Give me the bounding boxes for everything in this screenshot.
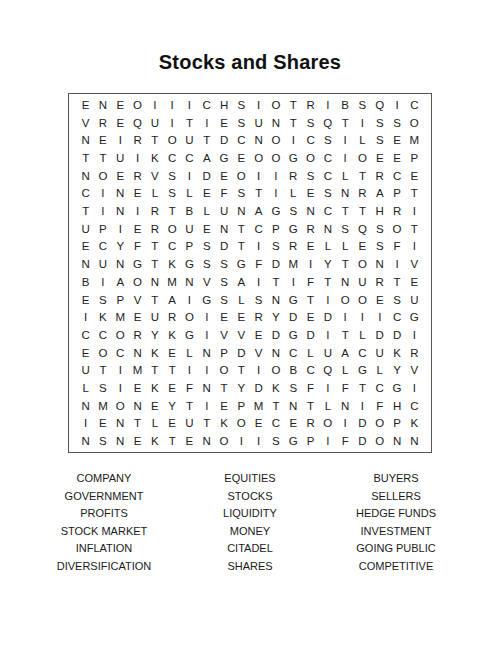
grid-cell[interactable]: P: [267, 220, 284, 238]
grid-cell[interactable]: R: [285, 238, 302, 256]
grid-cell[interactable]: Q: [319, 362, 336, 380]
grid-cell[interactable]: S: [198, 255, 215, 273]
grid-cell[interactable]: L: [371, 362, 388, 380]
grid-cell[interactable]: R: [285, 167, 302, 185]
grid-cell[interactable]: N: [112, 255, 129, 273]
grid-cell[interactable]: R: [146, 202, 163, 220]
grid-cell[interactable]: O: [354, 291, 371, 309]
grid-cell[interactable]: T: [233, 220, 250, 238]
grid-cell[interactable]: I: [319, 96, 336, 114]
grid-cell[interactable]: G: [406, 308, 423, 326]
grid-cell[interactable]: Q: [129, 114, 146, 132]
grid-cell[interactable]: N: [406, 432, 423, 450]
grid-cell[interactable]: I: [181, 96, 198, 114]
grid-cell[interactable]: C: [285, 344, 302, 362]
grid-cell[interactable]: I: [267, 167, 284, 185]
grid-cell[interactable]: C: [163, 238, 180, 256]
grid-cell[interactable]: S: [319, 131, 336, 149]
grid-cell[interactable]: C: [233, 131, 250, 149]
grid-cell[interactable]: K: [163, 326, 180, 344]
grid-cell[interactable]: M: [129, 362, 146, 380]
grid-cell[interactable]: R: [250, 308, 267, 326]
grid-cell[interactable]: C: [371, 379, 388, 397]
grid-cell[interactable]: O: [215, 362, 232, 380]
grid-cell[interactable]: I: [250, 238, 267, 256]
grid-cell[interactable]: N: [319, 220, 336, 238]
grid-cell[interactable]: T: [146, 131, 163, 149]
grid-cell[interactable]: Y: [233, 379, 250, 397]
grid-cell[interactable]: R: [406, 344, 423, 362]
grid-cell[interactable]: I: [319, 326, 336, 344]
grid-cell[interactable]: E: [129, 432, 146, 450]
grid-cell[interactable]: T: [129, 415, 146, 433]
grid-cell[interactable]: E: [302, 308, 319, 326]
grid-cell[interactable]: I: [354, 308, 371, 326]
grid-cell[interactable]: O: [371, 432, 388, 450]
grid-cell[interactable]: I: [388, 96, 405, 114]
grid-cell[interactable]: S: [371, 131, 388, 149]
grid-cell[interactable]: E: [198, 220, 215, 238]
grid-cell[interactable]: I: [285, 131, 302, 149]
grid-cell[interactable]: O: [163, 131, 180, 149]
grid-cell[interactable]: R: [302, 415, 319, 433]
grid-cell[interactable]: Q: [319, 114, 336, 132]
grid-cell[interactable]: I: [163, 114, 180, 132]
grid-cell[interactable]: M: [250, 397, 267, 415]
grid-cell[interactable]: F: [181, 379, 198, 397]
grid-cell[interactable]: I: [129, 202, 146, 220]
grid-cell[interactable]: Y: [163, 397, 180, 415]
grid-cell[interactable]: P: [388, 185, 405, 203]
grid-cell[interactable]: U: [77, 362, 94, 380]
grid-cell[interactable]: T: [406, 220, 423, 238]
grid-cell[interactable]: O: [215, 432, 232, 450]
grid-cell[interactable]: I: [146, 96, 163, 114]
grid-cell[interactable]: O: [250, 149, 267, 167]
grid-cell[interactable]: N: [267, 291, 284, 309]
grid-cell[interactable]: C: [77, 326, 94, 344]
grid-cell[interactable]: A: [371, 185, 388, 203]
grid-cell[interactable]: N: [250, 131, 267, 149]
grid-cell[interactable]: H: [371, 202, 388, 220]
grid-cell[interactable]: T: [267, 273, 284, 291]
grid-cell[interactable]: N: [112, 415, 129, 433]
grid-cell[interactable]: I: [371, 308, 388, 326]
grid-cell[interactable]: O: [267, 362, 284, 380]
grid-cell[interactable]: U: [371, 344, 388, 362]
grid-cell[interactable]: M: [94, 397, 111, 415]
grid-cell[interactable]: I: [250, 362, 267, 380]
grid-cell[interactable]: S: [250, 291, 267, 309]
grid-cell[interactable]: O: [388, 220, 405, 238]
grid-cell[interactable]: C: [77, 185, 94, 203]
grid-cell[interactable]: I: [129, 149, 146, 167]
grid-cell[interactable]: L: [302, 344, 319, 362]
grid-cell[interactable]: R: [354, 185, 371, 203]
grid-cell[interactable]: O: [181, 308, 198, 326]
grid-cell[interactable]: K: [267, 379, 284, 397]
grid-cell[interactable]: L: [354, 326, 371, 344]
grid-cell[interactable]: G: [285, 220, 302, 238]
grid-cell[interactable]: T: [336, 114, 353, 132]
grid-cell[interactable]: E: [112, 114, 129, 132]
grid-cell[interactable]: T: [146, 362, 163, 380]
grid-cell[interactable]: S: [94, 432, 111, 450]
grid-cell[interactable]: I: [77, 415, 94, 433]
grid-cell[interactable]: S: [94, 379, 111, 397]
grid-cell[interactable]: I: [319, 379, 336, 397]
grid-cell[interactable]: O: [112, 326, 129, 344]
grid-cell[interactable]: S: [215, 291, 232, 309]
grid-cell[interactable]: M: [163, 273, 180, 291]
grid-cell[interactable]: Q: [354, 220, 371, 238]
grid-cell[interactable]: S: [354, 96, 371, 114]
grid-cell[interactable]: V: [146, 167, 163, 185]
grid-cell[interactable]: E: [233, 149, 250, 167]
grid-cell[interactable]: G: [129, 255, 146, 273]
grid-cell[interactable]: B: [77, 273, 94, 291]
grid-cell[interactable]: O: [267, 131, 284, 149]
grid-cell[interactable]: K: [146, 379, 163, 397]
grid-cell[interactable]: E: [215, 114, 232, 132]
grid-cell[interactable]: U: [406, 291, 423, 309]
grid-cell[interactable]: R: [146, 220, 163, 238]
grid-cell[interactable]: L: [146, 415, 163, 433]
grid-cell[interactable]: N: [388, 432, 405, 450]
grid-cell[interactable]: N: [285, 397, 302, 415]
grid-cell[interactable]: P: [302, 432, 319, 450]
grid-cell[interactable]: I: [198, 114, 215, 132]
grid-cell[interactable]: Y: [319, 255, 336, 273]
grid-cell[interactable]: K: [146, 149, 163, 167]
grid-cell[interactable]: D: [388, 326, 405, 344]
grid-cell[interactable]: E: [94, 415, 111, 433]
grid-cell[interactable]: I: [319, 291, 336, 309]
grid-cell[interactable]: S: [163, 185, 180, 203]
grid-cell[interactable]: P: [94, 220, 111, 238]
grid-cell[interactable]: V: [406, 255, 423, 273]
grid-cell[interactable]: A: [336, 344, 353, 362]
grid-cell[interactable]: M: [406, 131, 423, 149]
grid-cell[interactable]: I: [112, 362, 129, 380]
grid-cell[interactable]: P: [388, 415, 405, 433]
grid-cell[interactable]: T: [336, 202, 353, 220]
grid-cell[interactable]: E: [285, 415, 302, 433]
grid-cell[interactable]: I: [112, 220, 129, 238]
grid-cell[interactable]: E: [77, 291, 94, 309]
grid-cell[interactable]: U: [215, 202, 232, 220]
grid-cell[interactable]: A: [233, 273, 250, 291]
grid-cell[interactable]: N: [94, 96, 111, 114]
grid-cell[interactable]: K: [215, 415, 232, 433]
grid-cell[interactable]: C: [94, 326, 111, 344]
grid-cell[interactable]: O: [163, 220, 180, 238]
grid-cell[interactable]: I: [163, 96, 180, 114]
grid-cell[interactable]: G: [285, 291, 302, 309]
grid-cell[interactable]: S: [233, 96, 250, 114]
grid-cell[interactable]: O: [129, 96, 146, 114]
grid-cell[interactable]: N: [77, 432, 94, 450]
grid-cell[interactable]: I: [94, 273, 111, 291]
grid-cell[interactable]: D: [354, 432, 371, 450]
grid-cell[interactable]: I: [94, 185, 111, 203]
grid-cell[interactable]: O: [267, 149, 284, 167]
grid-cell[interactable]: T: [285, 96, 302, 114]
grid-cell[interactable]: O: [129, 273, 146, 291]
grid-cell[interactable]: I: [250, 167, 267, 185]
grid-cell[interactable]: N: [233, 202, 250, 220]
grid-cell[interactable]: T: [77, 202, 94, 220]
grid-cell[interactable]: R: [388, 202, 405, 220]
grid-cell[interactable]: E: [302, 185, 319, 203]
grid-cell[interactable]: G: [285, 432, 302, 450]
grid-cell[interactable]: U: [319, 344, 336, 362]
grid-cell[interactable]: G: [285, 149, 302, 167]
grid-cell[interactable]: I: [112, 131, 129, 149]
grid-cell[interactable]: O: [233, 167, 250, 185]
grid-cell[interactable]: I: [198, 397, 215, 415]
grid-cell[interactable]: I: [181, 362, 198, 380]
grid-cell[interactable]: E: [198, 185, 215, 203]
grid-cell[interactable]: U: [94, 255, 111, 273]
grid-cell[interactable]: U: [181, 415, 198, 433]
grid-cell[interactable]: C: [406, 397, 423, 415]
grid-cell[interactable]: P: [215, 344, 232, 362]
grid-cell[interactable]: D: [267, 326, 284, 344]
grid-cell[interactable]: M: [112, 308, 129, 326]
grid-cell[interactable]: T: [163, 362, 180, 380]
grid-cell[interactable]: E: [388, 149, 405, 167]
grid-cell[interactable]: N: [181, 273, 198, 291]
grid-cell[interactable]: G: [181, 326, 198, 344]
grid-cell[interactable]: E: [406, 167, 423, 185]
grid-cell[interactable]: U: [354, 273, 371, 291]
grid-cell[interactable]: K: [94, 308, 111, 326]
grid-cell[interactable]: R: [371, 167, 388, 185]
grid-cell[interactable]: T: [319, 273, 336, 291]
grid-cell[interactable]: I: [336, 308, 353, 326]
grid-cell[interactable]: R: [371, 273, 388, 291]
grid-cell[interactable]: K: [146, 432, 163, 450]
grid-cell[interactable]: B: [285, 362, 302, 380]
grid-cell[interactable]: L: [285, 185, 302, 203]
grid-cell[interactable]: I: [406, 202, 423, 220]
grid-cell[interactable]: I: [354, 114, 371, 132]
grid-cell[interactable]: S: [371, 238, 388, 256]
grid-cell[interactable]: C: [406, 96, 423, 114]
grid-cell[interactable]: N: [77, 397, 94, 415]
grid-cell[interactable]: T: [267, 397, 284, 415]
grid-cell[interactable]: L: [198, 202, 215, 220]
grid-cell[interactable]: E: [163, 415, 180, 433]
grid-cell[interactable]: F: [215, 185, 232, 203]
grid-cell[interactable]: C: [94, 238, 111, 256]
grid-cell[interactable]: I: [406, 238, 423, 256]
grid-cell[interactable]: C: [267, 415, 284, 433]
grid-cell[interactable]: I: [336, 415, 353, 433]
grid-cell[interactable]: C: [163, 149, 180, 167]
grid-cell[interactable]: K: [388, 344, 405, 362]
grid-cell[interactable]: R: [163, 308, 180, 326]
grid-cell[interactable]: T: [354, 202, 371, 220]
grid-cell[interactable]: E: [181, 432, 198, 450]
grid-cell[interactable]: I: [250, 273, 267, 291]
grid-cell[interactable]: D: [319, 308, 336, 326]
grid-cell[interactable]: I: [406, 379, 423, 397]
grid-cell[interactable]: E: [354, 238, 371, 256]
grid-cell[interactable]: C: [302, 362, 319, 380]
grid-cell[interactable]: E: [77, 344, 94, 362]
grid-cell[interactable]: E: [406, 273, 423, 291]
grid-cell[interactable]: B: [181, 202, 198, 220]
grid-cell[interactable]: V: [233, 326, 250, 344]
grid-cell[interactable]: G: [198, 291, 215, 309]
grid-cell[interactable]: N: [112, 432, 129, 450]
grid-cell[interactable]: E: [388, 131, 405, 149]
grid-cell[interactable]: N: [336, 397, 353, 415]
grid-cell[interactable]: I: [250, 96, 267, 114]
grid-cell[interactable]: T: [146, 255, 163, 273]
grid-cell[interactable]: P: [112, 291, 129, 309]
grid-cell[interactable]: G: [388, 379, 405, 397]
grid-cell[interactable]: V: [406, 362, 423, 380]
grid-cell[interactable]: S: [388, 114, 405, 132]
grid-cell[interactable]: V: [215, 326, 232, 344]
grid-cell[interactable]: F: [302, 379, 319, 397]
grid-cell[interactable]: L: [77, 379, 94, 397]
grid-cell[interactable]: F: [336, 432, 353, 450]
grid-cell[interactable]: S: [285, 202, 302, 220]
grid-cell[interactable]: I: [406, 326, 423, 344]
grid-cell[interactable]: S: [371, 220, 388, 238]
grid-cell[interactable]: C: [198, 96, 215, 114]
grid-cell[interactable]: K: [163, 255, 180, 273]
grid-cell[interactable]: T: [94, 149, 111, 167]
grid-cell[interactable]: U: [146, 114, 163, 132]
grid-cell[interactable]: T: [94, 362, 111, 380]
grid-cell[interactable]: A: [250, 202, 267, 220]
grid-cell[interactable]: I: [198, 362, 215, 380]
grid-cell[interactable]: E: [129, 220, 146, 238]
grid-cell[interactable]: S: [319, 185, 336, 203]
grid-cell[interactable]: O: [319, 415, 336, 433]
grid-cell[interactable]: I: [112, 379, 129, 397]
grid-cell[interactable]: G: [181, 255, 198, 273]
grid-cell[interactable]: I: [94, 202, 111, 220]
grid-cell[interactable]: O: [354, 149, 371, 167]
grid-cell[interactable]: O: [94, 344, 111, 362]
grid-cell[interactable]: I: [336, 131, 353, 149]
grid-cell[interactable]: H: [215, 96, 232, 114]
grid-cell[interactable]: S: [94, 291, 111, 309]
grid-cell[interactable]: C: [302, 131, 319, 149]
grid-cell[interactable]: S: [302, 114, 319, 132]
grid-cell[interactable]: R: [302, 220, 319, 238]
grid-cell[interactable]: L: [233, 291, 250, 309]
grid-cell[interactable]: P: [233, 397, 250, 415]
grid-cell[interactable]: T: [198, 415, 215, 433]
grid-cell[interactable]: N: [129, 344, 146, 362]
grid-cell[interactable]: O: [371, 415, 388, 433]
grid-cell[interactable]: O: [406, 114, 423, 132]
grid-cell[interactable]: I: [198, 326, 215, 344]
grid-cell[interactable]: T: [233, 362, 250, 380]
grid-cell[interactable]: F: [250, 255, 267, 273]
grid-cell[interactable]: G: [285, 326, 302, 344]
grid-cell[interactable]: N: [267, 114, 284, 132]
grid-cell[interactable]: I: [336, 149, 353, 167]
grid-cell[interactable]: N: [77, 255, 94, 273]
grid-cell[interactable]: E: [250, 326, 267, 344]
grid-cell[interactable]: F: [129, 238, 146, 256]
grid-cell[interactable]: L: [319, 397, 336, 415]
grid-cell[interactable]: F: [302, 273, 319, 291]
grid-cell[interactable]: E: [77, 238, 94, 256]
grid-cell[interactable]: O: [354, 255, 371, 273]
grid-cell[interactable]: G: [354, 362, 371, 380]
grid-cell[interactable]: Y: [388, 362, 405, 380]
grid-cell[interactable]: L: [146, 185, 163, 203]
grid-cell[interactable]: T: [233, 238, 250, 256]
grid-cell[interactable]: E: [129, 379, 146, 397]
grid-cell[interactable]: N: [215, 220, 232, 238]
grid-cell[interactable]: E: [371, 291, 388, 309]
grid-cell[interactable]: N: [77, 167, 94, 185]
grid-cell[interactable]: R: [302, 96, 319, 114]
grid-cell[interactable]: D: [371, 326, 388, 344]
grid-cell[interactable]: B: [336, 96, 353, 114]
grid-cell[interactable]: I: [354, 397, 371, 415]
grid-cell[interactable]: T: [163, 202, 180, 220]
grid-cell[interactable]: D: [302, 326, 319, 344]
grid-cell[interactable]: S: [267, 238, 284, 256]
grid-cell[interactable]: E: [129, 185, 146, 203]
grid-cell[interactable]: N: [336, 185, 353, 203]
grid-cell[interactable]: C: [181, 149, 198, 167]
grid-cell[interactable]: V: [129, 291, 146, 309]
grid-cell[interactable]: S: [198, 238, 215, 256]
grid-cell[interactable]: O: [94, 167, 111, 185]
grid-cell[interactable]: D: [267, 255, 284, 273]
grid-cell[interactable]: A: [198, 149, 215, 167]
grid-cell[interactable]: S: [336, 220, 353, 238]
grid-cell[interactable]: V: [77, 114, 94, 132]
grid-cell[interactable]: D: [285, 308, 302, 326]
grid-cell[interactable]: S: [285, 379, 302, 397]
grid-cell[interactable]: N: [302, 202, 319, 220]
grid-cell[interactable]: S: [371, 114, 388, 132]
grid-cell[interactable]: T: [285, 114, 302, 132]
grid-cell[interactable]: I: [250, 432, 267, 450]
grid-cell[interactable]: M: [285, 255, 302, 273]
grid-cell[interactable]: E: [250, 415, 267, 433]
grid-cell[interactable]: E: [215, 167, 232, 185]
grid-cell[interactable]: O: [336, 291, 353, 309]
grid-cell[interactable]: E: [163, 379, 180, 397]
grid-cell[interactable]: C: [112, 344, 129, 362]
grid-cell[interactable]: U: [112, 149, 129, 167]
grid-cell[interactable]: C: [354, 344, 371, 362]
grid-cell[interactable]: N: [267, 344, 284, 362]
grid-cell[interactable]: D: [198, 167, 215, 185]
grid-cell[interactable]: N: [371, 255, 388, 273]
grid-cell[interactable]: L: [181, 344, 198, 362]
grid-cell[interactable]: S: [302, 167, 319, 185]
grid-cell[interactable]: L: [336, 238, 353, 256]
grid-cell[interactable]: E: [371, 149, 388, 167]
grid-cell[interactable]: T: [181, 397, 198, 415]
grid-cell[interactable]: F: [371, 397, 388, 415]
